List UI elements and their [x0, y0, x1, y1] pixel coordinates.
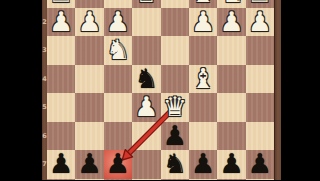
empty-cell — [75, 93, 103, 122]
white-king[interactable]: ♚ — [132, 0, 160, 8]
empty-cell — [75, 36, 103, 65]
white-pawn[interactable]: ♟ — [132, 93, 160, 122]
empty-cell — [47, 122, 75, 151]
empty-cell — [161, 8, 189, 37]
board-frame-right — [274, 0, 281, 180]
empty-cell — [161, 0, 189, 8]
empty-cell — [47, 36, 75, 65]
black-pawn[interactable]: ♟ — [217, 150, 245, 179]
black-pawn[interactable]: ♟ — [246, 150, 274, 179]
black-knight[interactable]: ♞ — [132, 65, 160, 94]
empty-cell — [47, 65, 75, 94]
black-bishop[interactable]: ♝ — [189, 179, 217, 181]
black-rook[interactable]: ♜ — [47, 179, 75, 181]
black-king[interactable]: ♚ — [132, 179, 160, 181]
empty-cell — [104, 122, 132, 151]
white-bishop[interactable]: ♝ — [189, 65, 217, 94]
black-queen[interactable]: ♛ — [161, 179, 189, 181]
empty-cell — [189, 122, 217, 151]
empty-cell — [161, 65, 189, 94]
empty-cell — [217, 65, 245, 94]
empty-cell — [104, 65, 132, 94]
empty-cell — [217, 179, 245, 181]
screenshot-stage: 12345678 ♜♚♝♞♜♟♟♟♟♟♟♞♞♝♟♛♟♟♟♟♞♟♟♟♜♝♚♛♝♜ — [0, 0, 320, 180]
empty-cell — [246, 65, 274, 94]
letterbox-right — [281, 0, 320, 180]
empty-cell — [217, 93, 245, 122]
black-pawn[interactable]: ♟ — [189, 150, 217, 179]
empty-cell — [132, 122, 160, 151]
empty-cell — [132, 8, 160, 37]
white-pawn[interactable]: ♟ — [217, 8, 245, 37]
white-pawn[interactable]: ♟ — [189, 8, 217, 37]
empty-cell — [75, 65, 103, 94]
black-bishop[interactable]: ♝ — [104, 179, 132, 181]
white-pawn[interactable]: ♟ — [246, 8, 274, 37]
black-pawn[interactable]: ♟ — [75, 150, 103, 179]
empty-cell — [217, 36, 245, 65]
white-queen[interactable]: ♛ — [161, 93, 189, 122]
white-pawn[interactable]: ♟ — [47, 8, 75, 37]
empty-cell — [75, 122, 103, 151]
empty-cell — [217, 122, 245, 151]
black-rook[interactable]: ♜ — [246, 179, 274, 181]
pieces-layer: ♜♚♝♞♜♟♟♟♟♟♟♞♞♝♟♛♟♟♟♟♞♟♟♟♜♝♚♛♝♜ — [47, 0, 274, 180]
chess-board: 12345678 ♜♚♝♞♜♟♟♟♟♟♟♞♞♝♟♛♟♟♟♟♞♟♟♟♜♝♚♛♝♜ — [42, 0, 281, 180]
empty-cell — [104, 93, 132, 122]
white-pawn[interactable]: ♟ — [104, 8, 132, 37]
empty-cell — [47, 93, 75, 122]
black-pawn[interactable]: ♟ — [104, 150, 132, 179]
empty-cell — [246, 36, 274, 65]
white-pawn[interactable]: ♟ — [75, 8, 103, 37]
empty-cell — [132, 36, 160, 65]
empty-cell — [161, 36, 189, 65]
empty-cell — [246, 122, 274, 151]
letterbox-left — [0, 0, 42, 180]
black-pawn[interactable]: ♟ — [161, 122, 189, 151]
empty-cell — [75, 179, 103, 181]
empty-cell — [132, 150, 160, 179]
empty-cell — [189, 93, 217, 122]
white-knight[interactable]: ♞ — [104, 36, 132, 65]
empty-cell — [189, 36, 217, 65]
black-knight[interactable]: ♞ — [161, 150, 189, 179]
black-pawn[interactable]: ♟ — [47, 150, 75, 179]
empty-cell — [246, 93, 274, 122]
